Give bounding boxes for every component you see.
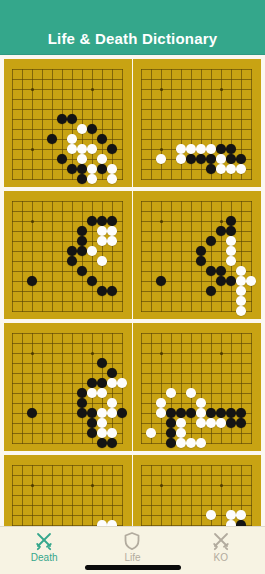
black-stone xyxy=(226,418,236,428)
white-stone xyxy=(97,236,107,246)
white-stone xyxy=(196,144,206,154)
star-point xyxy=(91,352,94,355)
black-stone xyxy=(27,276,37,286)
black-stone xyxy=(57,154,67,164)
black-stone xyxy=(77,174,87,184)
black-stone xyxy=(77,236,87,246)
black-stone xyxy=(77,164,87,174)
white-stone xyxy=(236,266,246,276)
tab-label: Death xyxy=(31,552,58,563)
black-stone xyxy=(97,164,107,174)
white-stone xyxy=(87,144,97,154)
black-stone xyxy=(206,236,216,246)
black-stone xyxy=(87,378,97,388)
black-stone xyxy=(57,114,67,124)
black-stone xyxy=(67,256,77,266)
star-point xyxy=(31,220,34,223)
white-stone xyxy=(97,408,107,418)
white-stone xyxy=(236,510,246,520)
white-stone xyxy=(107,226,117,236)
black-stone xyxy=(97,438,107,448)
white-stone xyxy=(67,144,77,154)
board-thumbnail[interactable] xyxy=(4,59,132,187)
white-stone xyxy=(87,388,97,398)
white-stone xyxy=(146,428,156,438)
black-stone xyxy=(107,286,117,296)
white-stone xyxy=(176,428,186,438)
white-stone xyxy=(87,164,97,174)
black-stone xyxy=(117,408,127,418)
white-stone xyxy=(196,408,206,418)
white-stone xyxy=(206,144,216,154)
white-stone xyxy=(107,164,117,174)
black-stone xyxy=(107,438,117,448)
board-thumbnail[interactable] xyxy=(4,191,132,319)
white-stone xyxy=(226,246,236,256)
white-stone xyxy=(186,388,196,398)
white-stone xyxy=(97,388,107,398)
white-stone xyxy=(107,398,117,408)
black-stone xyxy=(216,408,226,418)
star-point xyxy=(160,484,163,487)
star-point xyxy=(31,148,34,151)
crossed-swords-icon xyxy=(34,531,54,551)
white-stone xyxy=(236,286,246,296)
white-stone xyxy=(196,418,206,428)
white-stone xyxy=(236,164,246,174)
star-point xyxy=(220,88,223,91)
black-stone xyxy=(166,428,176,438)
star-point xyxy=(220,220,223,223)
white-stone xyxy=(206,510,216,520)
goban-grid xyxy=(141,333,252,444)
white-stone xyxy=(176,154,186,164)
black-stone xyxy=(87,216,97,226)
star-point xyxy=(31,352,34,355)
white-stone xyxy=(236,296,246,306)
shield-icon xyxy=(122,531,142,551)
black-stone xyxy=(77,266,87,276)
board-thumbnail[interactable] xyxy=(4,455,132,526)
board-thumbnail[interactable] xyxy=(133,59,261,187)
black-stone xyxy=(156,276,166,286)
white-stone xyxy=(97,226,107,236)
white-stone xyxy=(87,246,97,256)
white-stone xyxy=(216,418,226,428)
black-stone xyxy=(87,276,97,286)
black-stone xyxy=(206,164,216,174)
black-stone xyxy=(87,418,97,428)
app-header: Life & Death Dictionary xyxy=(0,0,265,55)
black-stone xyxy=(236,408,246,418)
black-stone xyxy=(216,144,226,154)
black-stone xyxy=(226,226,236,236)
board-thumbnail[interactable] xyxy=(133,323,261,451)
white-stone xyxy=(216,164,226,174)
white-stone xyxy=(156,154,166,164)
black-stone xyxy=(226,408,236,418)
white-stone xyxy=(176,438,186,448)
white-stone xyxy=(236,306,246,316)
star-point xyxy=(160,220,163,223)
white-stone xyxy=(196,398,206,408)
black-stone xyxy=(77,398,87,408)
black-stone xyxy=(77,408,87,418)
black-stone xyxy=(206,154,216,164)
black-stone xyxy=(107,368,117,378)
black-stone xyxy=(226,216,236,226)
goban-grid xyxy=(12,69,123,180)
board-thumbnail[interactable] xyxy=(4,323,132,451)
white-stone xyxy=(176,144,186,154)
white-stone xyxy=(196,438,206,448)
black-stone xyxy=(226,144,236,154)
white-stone xyxy=(77,154,87,164)
tab-ko[interactable]: KO xyxy=(191,527,251,563)
black-stone xyxy=(77,388,87,398)
black-stone xyxy=(186,408,196,418)
page-title: Life & Death Dictionary xyxy=(48,30,218,55)
white-stone xyxy=(87,174,97,184)
white-stone xyxy=(107,174,117,184)
app-window: Life & Death Dictionary Death Life xyxy=(0,0,265,574)
white-stone xyxy=(97,154,107,164)
white-stone xyxy=(216,154,226,164)
problem-board-list xyxy=(0,55,265,526)
crossed-swords-icon xyxy=(211,531,231,551)
white-stone xyxy=(246,276,256,286)
white-stone xyxy=(236,276,246,286)
black-stone xyxy=(236,154,246,164)
white-stone xyxy=(107,428,117,438)
white-stone xyxy=(97,256,107,266)
white-stone xyxy=(226,164,236,174)
white-stone xyxy=(186,438,196,448)
black-stone xyxy=(97,134,107,144)
black-stone xyxy=(77,246,87,256)
black-stone xyxy=(186,154,196,164)
tab-label: Life xyxy=(124,552,140,563)
black-stone xyxy=(236,418,246,428)
board-thumbnail[interactable] xyxy=(133,455,261,526)
star-point xyxy=(160,148,163,151)
black-stone xyxy=(216,226,226,236)
black-stone xyxy=(97,216,107,226)
white-stone xyxy=(77,144,87,154)
black-stone xyxy=(176,408,186,418)
white-stone xyxy=(226,256,236,266)
black-stone xyxy=(226,276,236,286)
black-stone xyxy=(77,226,87,236)
black-stone xyxy=(196,256,206,266)
star-point xyxy=(160,88,163,91)
black-stone xyxy=(166,418,176,428)
black-stone xyxy=(27,408,37,418)
white-stone xyxy=(156,398,166,408)
black-stone xyxy=(67,114,77,124)
white-stone xyxy=(67,134,77,144)
tab-bar: Death Life KO xyxy=(0,526,265,574)
white-stone xyxy=(107,408,117,418)
black-stone xyxy=(107,144,117,154)
white-stone xyxy=(156,408,166,418)
star-point xyxy=(91,88,94,91)
star-point xyxy=(220,352,223,355)
star-point xyxy=(91,484,94,487)
white-stone xyxy=(117,378,127,388)
white-stone xyxy=(107,378,117,388)
white-stone xyxy=(166,388,176,398)
black-stone xyxy=(97,378,107,388)
white-stone xyxy=(226,236,236,246)
home-indicator xyxy=(85,565,181,570)
black-stone xyxy=(196,246,206,256)
black-stone xyxy=(87,124,97,134)
tab-label: KO xyxy=(214,552,228,563)
star-point xyxy=(31,484,34,487)
goban-grid xyxy=(12,465,123,526)
black-stone xyxy=(206,286,216,296)
black-stone xyxy=(87,408,97,418)
white-stone xyxy=(176,418,186,428)
black-stone xyxy=(87,428,97,438)
black-stone xyxy=(107,216,117,226)
white-stone xyxy=(107,236,117,246)
black-stone xyxy=(47,134,57,144)
black-stone xyxy=(97,286,107,296)
black-stone xyxy=(196,154,206,164)
white-stone xyxy=(77,124,87,134)
goban-grid xyxy=(12,333,123,444)
white-stone xyxy=(206,418,216,428)
tab-death[interactable]: Death xyxy=(14,527,74,563)
black-stone xyxy=(206,266,216,276)
black-stone xyxy=(216,276,226,286)
black-stone xyxy=(67,164,77,174)
black-stone xyxy=(166,438,176,448)
black-stone xyxy=(226,154,236,164)
star-point xyxy=(31,88,34,91)
tab-life[interactable]: Life xyxy=(102,527,162,563)
white-stone xyxy=(186,144,196,154)
star-point xyxy=(220,484,223,487)
black-stone xyxy=(97,358,107,368)
white-stone xyxy=(97,418,107,428)
black-stone xyxy=(206,408,216,418)
black-stone xyxy=(166,408,176,418)
board-thumbnail[interactable] xyxy=(133,191,261,319)
white-stone xyxy=(97,428,107,438)
black-stone xyxy=(67,246,77,256)
star-point xyxy=(160,352,163,355)
black-stone xyxy=(216,266,226,276)
white-stone xyxy=(226,510,236,520)
